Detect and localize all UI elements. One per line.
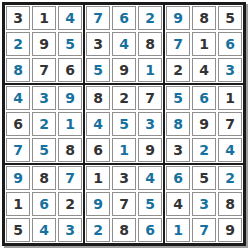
cell-r5c9[interactable]: 7 — [218, 112, 242, 136]
cell-r8c4[interactable]: 9 — [86, 192, 110, 216]
cell-r8c2[interactable]: 6 — [32, 192, 56, 216]
cell-r7c9[interactable]: 2 — [218, 166, 242, 190]
box-7: 987162543 — [4, 164, 84, 244]
cell-r5c6[interactable]: 3 — [138, 112, 162, 136]
cell-r6c8[interactable]: 2 — [192, 138, 216, 162]
sudoku-board: 314295876 762348591 985716243 439621758 … — [2, 2, 246, 246]
cell-r3c9[interactable]: 3 — [218, 58, 242, 82]
box-1: 314295876 — [4, 4, 84, 84]
cell-r8c9[interactable]: 8 — [218, 192, 242, 216]
cell-r1c9[interactable]: 5 — [218, 6, 242, 30]
cell-r9c9[interactable]: 9 — [218, 218, 242, 242]
cell-r1c1[interactable]: 3 — [6, 6, 30, 30]
cell-r2c1[interactable]: 2 — [6, 32, 30, 56]
cell-r8c5[interactable]: 7 — [112, 192, 136, 216]
cell-r1c8[interactable]: 8 — [192, 6, 216, 30]
cell-r2c3[interactable]: 5 — [58, 32, 82, 56]
cell-r9c1[interactable]: 5 — [6, 218, 30, 242]
cell-r9c2[interactable]: 4 — [32, 218, 56, 242]
cell-r3c7[interactable]: 2 — [166, 58, 190, 82]
cell-r5c7[interactable]: 8 — [166, 112, 190, 136]
cell-r7c5[interactable]: 3 — [112, 166, 136, 190]
cell-r2c9[interactable]: 6 — [218, 32, 242, 56]
cell-r2c5[interactable]: 4 — [112, 32, 136, 56]
cell-r2c7[interactable]: 7 — [166, 32, 190, 56]
cell-r1c7[interactable]: 9 — [166, 6, 190, 30]
cell-r8c3[interactable]: 2 — [58, 192, 82, 216]
cell-r6c4[interactable]: 6 — [86, 138, 110, 162]
cell-r1c5[interactable]: 6 — [112, 6, 136, 30]
cell-r9c3[interactable]: 3 — [58, 218, 82, 242]
cell-r1c6[interactable]: 2 — [138, 6, 162, 30]
cell-r4c3[interactable]: 9 — [58, 86, 82, 110]
box-9: 652438179 — [164, 164, 244, 244]
box-2: 762348591 — [84, 4, 164, 84]
cell-r4c7[interactable]: 5 — [166, 86, 190, 110]
cell-r9c6[interactable]: 6 — [138, 218, 162, 242]
cell-r9c7[interactable]: 1 — [166, 218, 190, 242]
cell-r2c2[interactable]: 9 — [32, 32, 56, 56]
cell-r3c3[interactable]: 6 — [58, 58, 82, 82]
cell-r3c6[interactable]: 1 — [138, 58, 162, 82]
cell-r6c7[interactable]: 3 — [166, 138, 190, 162]
cell-r2c4[interactable]: 3 — [86, 32, 110, 56]
cell-r5c8[interactable]: 9 — [192, 112, 216, 136]
cell-r7c2[interactable]: 8 — [32, 166, 56, 190]
box-3: 985716243 — [164, 4, 244, 84]
cell-r3c1[interactable]: 8 — [6, 58, 30, 82]
cell-r5c5[interactable]: 5 — [112, 112, 136, 136]
cell-r3c4[interactable]: 5 — [86, 58, 110, 82]
cell-r3c5[interactable]: 9 — [112, 58, 136, 82]
cell-r8c6[interactable]: 5 — [138, 192, 162, 216]
cell-r4c1[interactable]: 4 — [6, 86, 30, 110]
cell-r8c8[interactable]: 3 — [192, 192, 216, 216]
cell-r9c8[interactable]: 7 — [192, 218, 216, 242]
cell-r7c3[interactable]: 7 — [58, 166, 82, 190]
cell-r4c9[interactable]: 1 — [218, 86, 242, 110]
box-5: 827453619 — [84, 84, 164, 164]
cell-r3c8[interactable]: 4 — [192, 58, 216, 82]
cell-r7c8[interactable]: 5 — [192, 166, 216, 190]
cell-r5c1[interactable]: 6 — [6, 112, 30, 136]
cell-r5c4[interactable]: 4 — [86, 112, 110, 136]
cell-r9c5[interactable]: 8 — [112, 218, 136, 242]
cell-r6c1[interactable]: 7 — [6, 138, 30, 162]
cell-r6c6[interactable]: 9 — [138, 138, 162, 162]
cell-r7c7[interactable]: 6 — [166, 166, 190, 190]
cell-r8c1[interactable]: 1 — [6, 192, 30, 216]
cell-r6c5[interactable]: 1 — [112, 138, 136, 162]
cell-r7c4[interactable]: 1 — [86, 166, 110, 190]
box-8: 134975286 — [84, 164, 164, 244]
box-4: 439621758 — [4, 84, 84, 164]
cell-r4c6[interactable]: 7 — [138, 86, 162, 110]
cell-r4c5[interactable]: 2 — [112, 86, 136, 110]
cell-r5c2[interactable]: 2 — [32, 112, 56, 136]
cell-r6c3[interactable]: 8 — [58, 138, 82, 162]
cell-r4c4[interactable]: 8 — [86, 86, 110, 110]
cell-r7c1[interactable]: 9 — [6, 166, 30, 190]
cell-r5c3[interactable]: 1 — [58, 112, 82, 136]
page: 314295876 762348591 985716243 439621758 … — [0, 0, 250, 250]
cell-r8c7[interactable]: 4 — [166, 192, 190, 216]
cell-r4c2[interactable]: 3 — [32, 86, 56, 110]
cell-r6c2[interactable]: 5 — [32, 138, 56, 162]
cell-r1c3[interactable]: 4 — [58, 6, 82, 30]
cell-r4c8[interactable]: 6 — [192, 86, 216, 110]
cell-r6c9[interactable]: 4 — [218, 138, 242, 162]
cell-r1c4[interactable]: 7 — [86, 6, 110, 30]
cell-r2c6[interactable]: 8 — [138, 32, 162, 56]
cell-r2c8[interactable]: 1 — [192, 32, 216, 56]
cell-r1c2[interactable]: 1 — [32, 6, 56, 30]
cell-r7c6[interactable]: 4 — [138, 166, 162, 190]
cell-r3c2[interactable]: 7 — [32, 58, 56, 82]
box-6: 561897324 — [164, 84, 244, 164]
cell-r9c4[interactable]: 2 — [86, 218, 110, 242]
